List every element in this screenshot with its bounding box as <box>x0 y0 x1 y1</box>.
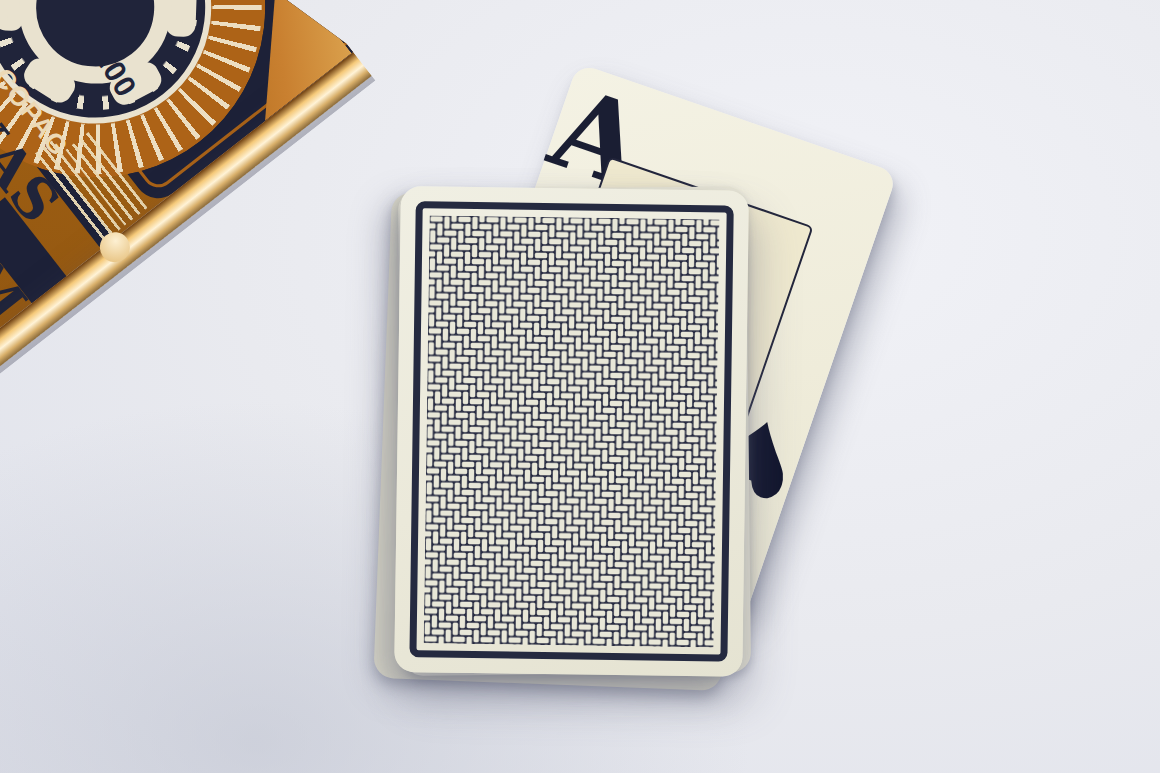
card-box: 100 COPAG TEXAS HOLD'EM <box>0 0 347 500</box>
herringbone-pattern <box>424 215 720 647</box>
photo-scene: 100 COPAG TEXAS HOLD'EM A ♠ <box>0 0 1160 773</box>
deck-top-card-back <box>394 186 749 677</box>
